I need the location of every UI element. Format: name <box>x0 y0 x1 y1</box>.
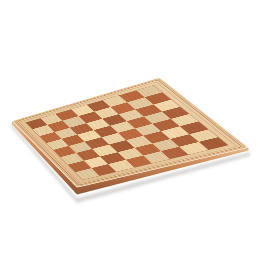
photo-scene <box>0 0 260 260</box>
